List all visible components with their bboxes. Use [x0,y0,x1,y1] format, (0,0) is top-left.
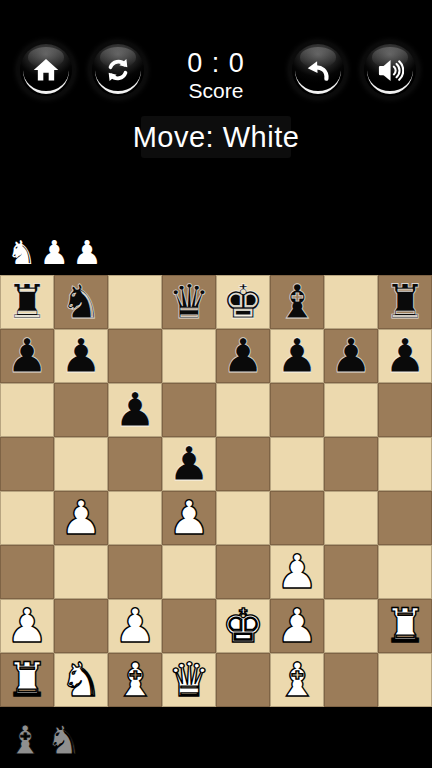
square-h1[interactable] [378,653,432,707]
speaker-icon [376,56,404,84]
chess-board: ♜♞♛♚♝♜♟♟♟♟♟♟♟♟♟♟♟♟♟♚♟♜♜♞♝♛♝ [0,275,432,707]
piece-black-queen: ♛ [168,275,210,329]
piece-black-knight: ♞ [60,275,102,329]
piece-black-rook: ♜ [384,275,426,329]
captured-black-tray: ♝♞ [7,714,85,760]
piece-black-pawn: ♟ [114,383,156,437]
square-c6[interactable]: ♟ [108,383,162,437]
app-screen: 0 : 0 Score Move: White ♞♟♟ ♜♞♛♚♝♜♟♟♟♟♟♟… [0,0,432,768]
square-d7[interactable] [162,329,216,383]
square-b4[interactable]: ♟ [54,491,108,545]
square-f2[interactable]: ♟ [270,599,324,653]
piece-white-rook: ♜ [384,599,426,653]
square-d1[interactable]: ♛ [162,653,216,707]
square-c7[interactable] [108,329,162,383]
piece-black-bishop: ♝ [276,275,318,329]
piece-black-pawn: ♟ [330,329,372,383]
score-label: Score [160,78,272,104]
piece-black-king: ♚ [222,275,264,329]
captured-white-knight: ♞ [7,236,37,269]
square-g3[interactable] [324,545,378,599]
square-g6[interactable] [324,383,378,437]
square-b8[interactable]: ♞ [54,275,108,329]
square-c4[interactable] [108,491,162,545]
square-c2[interactable]: ♟ [108,599,162,653]
home-button[interactable] [20,44,72,96]
square-a1[interactable]: ♜ [0,653,54,707]
square-c5[interactable] [108,437,162,491]
square-e3[interactable] [216,545,270,599]
square-g7[interactable]: ♟ [324,329,378,383]
square-f6[interactable] [270,383,324,437]
square-e1[interactable] [216,653,270,707]
square-e5[interactable] [216,437,270,491]
square-d2[interactable] [162,599,216,653]
piece-white-pawn: ♟ [6,599,48,653]
square-e7[interactable]: ♟ [216,329,270,383]
square-g8[interactable] [324,275,378,329]
piece-black-pawn: ♟ [384,329,426,383]
piece-black-pawn: ♟ [60,329,102,383]
captured-white-pawn: ♟ [72,236,102,269]
restart-button[interactable] [92,44,144,96]
undo-icon [304,56,332,84]
square-e4[interactable] [216,491,270,545]
square-f4[interactable] [270,491,324,545]
piece-white-bishop: ♝ [114,653,156,707]
sound-button[interactable] [364,44,416,96]
square-h3[interactable] [378,545,432,599]
home-icon [32,56,60,84]
square-d3[interactable] [162,545,216,599]
piece-white-knight: ♞ [60,653,102,707]
piece-black-rook: ♜ [6,275,48,329]
square-h5[interactable] [378,437,432,491]
captured-black-knight: ♞ [46,720,82,760]
square-a4[interactable] [0,491,54,545]
square-a7[interactable]: ♟ [0,329,54,383]
square-h8[interactable]: ♜ [378,275,432,329]
square-b6[interactable] [54,383,108,437]
square-e2[interactable]: ♚ [216,599,270,653]
square-a6[interactable] [0,383,54,437]
square-d4[interactable]: ♟ [162,491,216,545]
captured-white-pawn: ♟ [40,236,70,269]
square-h4[interactable] [378,491,432,545]
square-b7[interactable]: ♟ [54,329,108,383]
square-c3[interactable] [108,545,162,599]
captured-black-bishop: ♝ [7,720,43,760]
square-b3[interactable] [54,545,108,599]
square-d8[interactable]: ♛ [162,275,216,329]
square-a3[interactable] [0,545,54,599]
square-a2[interactable]: ♟ [0,599,54,653]
square-f8[interactable]: ♝ [270,275,324,329]
square-c1[interactable]: ♝ [108,653,162,707]
piece-white-queen: ♛ [168,653,210,707]
piece-black-pawn: ♟ [276,329,318,383]
piece-black-pawn: ♟ [222,329,264,383]
square-h7[interactable]: ♟ [378,329,432,383]
piece-white-pawn: ♟ [276,545,318,599]
piece-white-king: ♚ [222,599,264,653]
piece-black-pawn: ♟ [168,437,210,491]
piece-white-pawn: ♟ [60,491,102,545]
piece-white-bishop: ♝ [276,653,318,707]
piece-white-pawn: ♟ [276,599,318,653]
square-d5[interactable]: ♟ [162,437,216,491]
piece-white-rook: ♜ [6,653,48,707]
piece-white-pawn: ♟ [114,599,156,653]
square-g2[interactable] [324,599,378,653]
square-b5[interactable] [54,437,108,491]
square-b1[interactable]: ♞ [54,653,108,707]
square-g5[interactable] [324,437,378,491]
square-g1[interactable] [324,653,378,707]
score-block: 0 : 0 Score [160,48,272,104]
move-status-label: Move: White [0,118,432,156]
square-a5[interactable] [0,437,54,491]
square-e8[interactable]: ♚ [216,275,270,329]
piece-black-pawn: ♟ [6,329,48,383]
square-d6[interactable] [162,383,216,437]
restart-icon [104,56,132,84]
captured-white-tray: ♞♟♟ [7,233,105,269]
square-e6[interactable] [216,383,270,437]
square-f7[interactable]: ♟ [270,329,324,383]
square-a8[interactable]: ♜ [0,275,54,329]
undo-button[interactable] [292,44,344,96]
square-f3[interactable]: ♟ [270,545,324,599]
piece-white-pawn: ♟ [168,491,210,545]
square-h6[interactable] [378,383,432,437]
square-c8[interactable] [108,275,162,329]
square-g4[interactable] [324,491,378,545]
square-h2[interactable]: ♜ [378,599,432,653]
square-f1[interactable]: ♝ [270,653,324,707]
score-value: 0 : 0 [160,48,272,78]
square-b2[interactable] [54,599,108,653]
square-f5[interactable] [270,437,324,491]
